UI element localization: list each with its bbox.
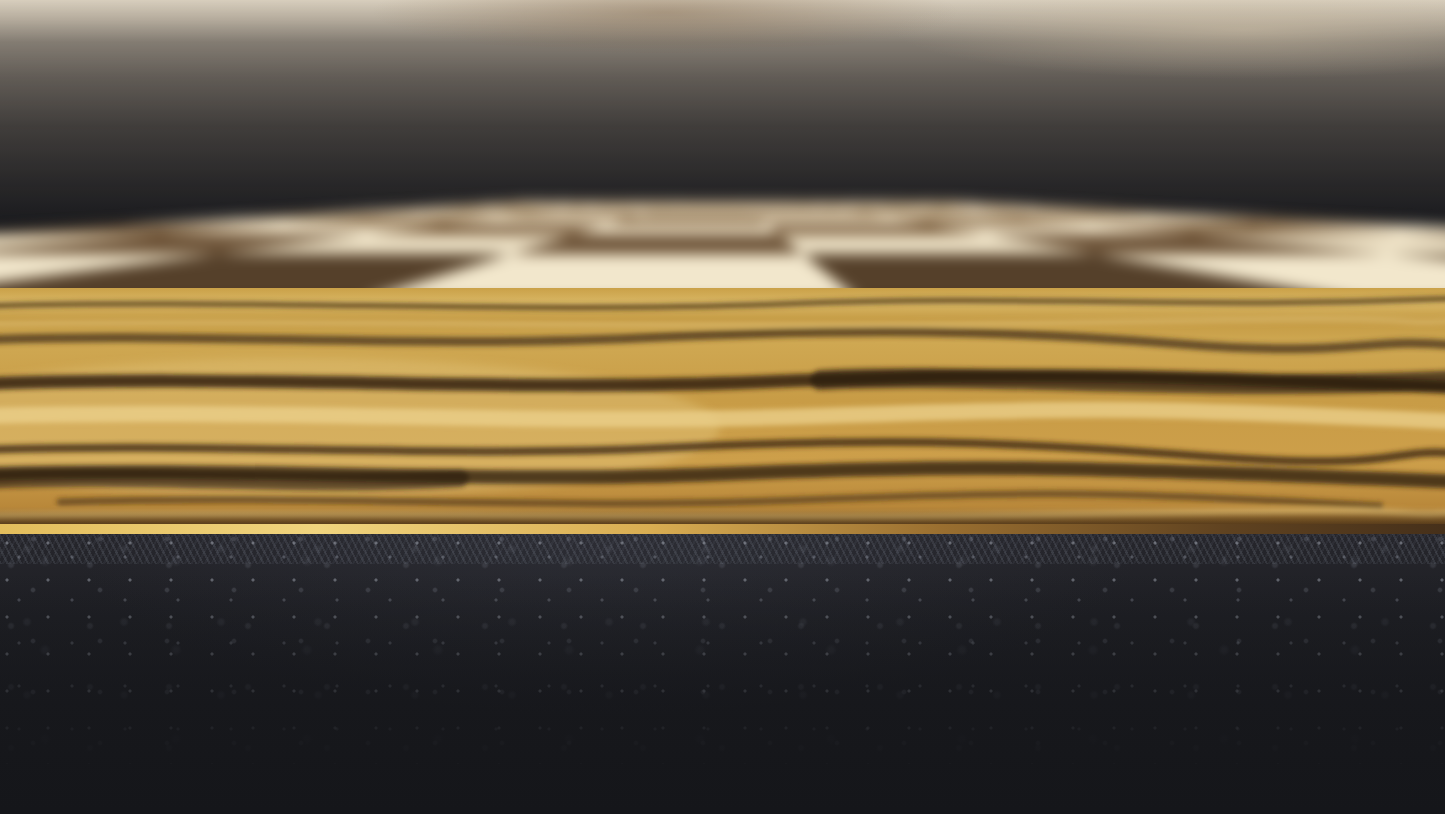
board-square bbox=[740, 203, 810, 204]
fabric-fade bbox=[0, 534, 1445, 814]
board-square bbox=[945, 204, 1044, 206]
board-square bbox=[746, 208, 845, 211]
board-square bbox=[909, 202, 987, 203]
board-square bbox=[895, 201, 966, 202]
board-square bbox=[795, 202, 863, 203]
board-square bbox=[779, 235, 1096, 254]
board-square bbox=[830, 208, 940, 211]
board-square bbox=[1401, 235, 1445, 254]
board-square bbox=[766, 225, 986, 235]
board-square bbox=[737, 201, 795, 202]
board-square bbox=[926, 203, 1014, 204]
board-square bbox=[802, 203, 878, 204]
board-square bbox=[969, 206, 1082, 208]
board-scene bbox=[0, 0, 1445, 300]
board-square bbox=[843, 201, 910, 202]
board-square bbox=[863, 214, 1020, 219]
board-square bbox=[572, 225, 779, 235]
board-zone bbox=[0, 0, 1445, 300]
board-square bbox=[914, 208, 1035, 211]
board-square bbox=[844, 210, 973, 213]
board-square bbox=[864, 203, 946, 204]
board-square bbox=[741, 204, 818, 206]
board-square bbox=[809, 204, 893, 206]
board-square bbox=[1020, 218, 1248, 225]
board-square bbox=[790, 201, 852, 202]
board-square bbox=[1194, 235, 1445, 254]
border-bottom-shadow bbox=[0, 510, 1445, 526]
board-square bbox=[758, 218, 927, 225]
board-square bbox=[1248, 225, 1445, 235]
board-square bbox=[1084, 214, 1282, 219]
board-square bbox=[974, 214, 1151, 219]
board-square bbox=[1035, 210, 1194, 213]
board-square bbox=[877, 204, 969, 206]
board-square bbox=[927, 225, 1194, 235]
chessboard-photo bbox=[0, 0, 1445, 814]
zebrawood-border bbox=[0, 288, 1445, 536]
board-square bbox=[940, 210, 1084, 213]
board-square bbox=[894, 206, 999, 208]
table-fabric bbox=[0, 534, 1445, 814]
board-plane bbox=[0, 201, 1445, 300]
board-square bbox=[743, 206, 830, 208]
board-square bbox=[889, 218, 1087, 225]
board-square bbox=[753, 214, 889, 219]
board-square bbox=[1087, 225, 1401, 235]
board-square bbox=[1151, 218, 1408, 225]
board-square bbox=[738, 202, 801, 203]
board-square bbox=[852, 202, 925, 203]
board-square bbox=[987, 235, 1389, 254]
board-square bbox=[749, 210, 864, 213]
board-square bbox=[818, 206, 914, 208]
board-square bbox=[998, 208, 1131, 211]
